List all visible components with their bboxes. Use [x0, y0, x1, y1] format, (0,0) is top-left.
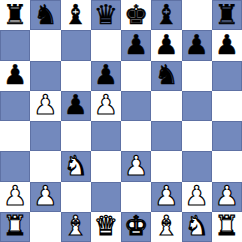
square-b4[interactable] — [30, 121, 60, 151]
square-g4[interactable] — [182, 121, 212, 151]
square-e4[interactable] — [121, 121, 151, 151]
white-pawn-piece[interactable]: ♟ — [154, 182, 178, 209]
square-f1[interactable]: ♝ — [151, 212, 181, 242]
square-b1[interactable] — [30, 212, 60, 242]
black-bishop-piece[interactable]: ♝ — [154, 1, 178, 28]
white-pawn-piece[interactable]: ♟ — [3, 182, 27, 209]
square-d3[interactable] — [91, 151, 121, 181]
black-rook-piece[interactable]: ♜ — [3, 1, 27, 28]
square-g6[interactable] — [182, 61, 212, 91]
square-b6[interactable] — [30, 61, 60, 91]
square-b2[interactable]: ♟ — [30, 182, 60, 212]
square-a3[interactable] — [0, 151, 30, 181]
square-h4[interactable] — [212, 121, 242, 151]
square-h2[interactable]: ♟ — [212, 182, 242, 212]
black-queen-piece[interactable]: ♛ — [94, 1, 118, 28]
square-e3[interactable]: ♟ — [121, 151, 151, 181]
square-d2[interactable] — [91, 182, 121, 212]
square-a1[interactable]: ♜ — [0, 212, 30, 242]
square-g8[interactable] — [182, 0, 212, 30]
square-h5[interactable] — [212, 91, 242, 121]
white-pawn-piece[interactable]: ♟ — [215, 182, 239, 209]
square-c6[interactable] — [61, 61, 91, 91]
square-d8[interactable]: ♛ — [91, 0, 121, 30]
square-h3[interactable] — [212, 151, 242, 181]
white-knight-piece[interactable]: ♞ — [64, 152, 88, 179]
white-rook-piece[interactable]: ♜ — [215, 212, 239, 239]
white-pawn-piece[interactable]: ♟ — [185, 182, 209, 209]
square-g5[interactable] — [182, 91, 212, 121]
white-bishop-piece[interactable]: ♝ — [64, 212, 88, 239]
black-pawn-piece[interactable]: ♟ — [215, 31, 239, 58]
square-b3[interactable] — [30, 151, 60, 181]
square-h8[interactable]: ♜ — [212, 0, 242, 30]
white-pawn-piece[interactable]: ♟ — [124, 152, 148, 179]
black-pawn-piece[interactable]: ♟ — [64, 91, 88, 118]
black-pawn-piece[interactable]: ♟ — [185, 31, 209, 58]
square-d6[interactable]: ♟ — [91, 61, 121, 91]
black-king-piece[interactable]: ♚ — [124, 1, 148, 28]
black-pawn-piece[interactable]: ♟ — [3, 61, 27, 88]
square-b7[interactable] — [30, 30, 60, 60]
black-rook-piece[interactable]: ♜ — [215, 1, 239, 28]
square-a6[interactable]: ♟ — [0, 61, 30, 91]
square-d7[interactable] — [91, 30, 121, 60]
black-knight-piece[interactable]: ♞ — [33, 1, 57, 28]
square-h6[interactable] — [212, 61, 242, 91]
square-f6[interactable]: ♞ — [151, 61, 181, 91]
white-knight-piece[interactable]: ♞ — [185, 212, 209, 239]
white-bishop-piece[interactable]: ♝ — [154, 212, 178, 239]
black-pawn-piece[interactable]: ♟ — [154, 31, 178, 58]
square-g1[interactable]: ♞ — [182, 212, 212, 242]
square-f7[interactable]: ♟ — [151, 30, 181, 60]
square-g3[interactable] — [182, 151, 212, 181]
white-pawn-piece[interactable]: ♟ — [94, 91, 118, 118]
square-d1[interactable]: ♛ — [91, 212, 121, 242]
square-h1[interactable]: ♜ — [212, 212, 242, 242]
square-c1[interactable]: ♝ — [61, 212, 91, 242]
square-e8[interactable]: ♚ — [121, 0, 151, 30]
black-bishop-piece[interactable]: ♝ — [64, 1, 88, 28]
square-a8[interactable]: ♜ — [0, 0, 30, 30]
square-f3[interactable] — [151, 151, 181, 181]
white-pawn-piece[interactable]: ♟ — [33, 91, 57, 118]
white-queen-piece[interactable]: ♛ — [94, 212, 118, 239]
square-a2[interactable]: ♟ — [0, 182, 30, 212]
square-f4[interactable] — [151, 121, 181, 151]
square-c4[interactable] — [61, 121, 91, 151]
square-h7[interactable]: ♟ — [212, 30, 242, 60]
black-pawn-piece[interactable]: ♟ — [124, 31, 148, 58]
square-d5[interactable]: ♟ — [91, 91, 121, 121]
square-f2[interactable]: ♟ — [151, 182, 181, 212]
square-a7[interactable] — [0, 30, 30, 60]
square-c7[interactable] — [61, 30, 91, 60]
square-g7[interactable]: ♟ — [182, 30, 212, 60]
white-pawn-piece[interactable]: ♟ — [33, 182, 57, 209]
square-f5[interactable] — [151, 91, 181, 121]
square-c3[interactable]: ♞ — [61, 151, 91, 181]
square-c2[interactable] — [61, 182, 91, 212]
square-c5[interactable]: ♟ — [61, 91, 91, 121]
square-b5[interactable]: ♟ — [30, 91, 60, 121]
square-b8[interactable]: ♞ — [30, 0, 60, 30]
square-g2[interactable]: ♟ — [182, 182, 212, 212]
square-d4[interactable] — [91, 121, 121, 151]
white-king-piece[interactable]: ♚ — [124, 212, 148, 239]
square-a5[interactable] — [0, 91, 30, 121]
square-a4[interactable] — [0, 121, 30, 151]
black-pawn-piece[interactable]: ♟ — [94, 61, 118, 88]
square-e2[interactable] — [121, 182, 151, 212]
square-e1[interactable]: ♚ — [121, 212, 151, 242]
square-e7[interactable]: ♟ — [121, 30, 151, 60]
black-knight-piece[interactable]: ♞ — [154, 61, 178, 88]
white-rook-piece[interactable]: ♜ — [3, 212, 27, 239]
chess-board: ♜♞♝♛♚♝♜♟♟♟♟♟♟♞♟♟♟♞♟♟♟♟♟♟♜♝♛♚♝♞♜ — [0, 0, 242, 242]
square-c8[interactable]: ♝ — [61, 0, 91, 30]
square-e5[interactable] — [121, 91, 151, 121]
square-f8[interactable]: ♝ — [151, 0, 181, 30]
square-e6[interactable] — [121, 61, 151, 91]
